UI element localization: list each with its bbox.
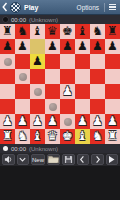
square-c7[interactable] xyxy=(30,39,45,54)
square-c5[interactable] xyxy=(30,69,45,84)
square-a6[interactable] xyxy=(0,54,15,69)
square-e8[interactable]: ♚ xyxy=(60,24,75,39)
square-a4[interactable] xyxy=(0,84,15,99)
square-g2[interactable]: ♟ xyxy=(90,114,105,129)
opponent-name: (Unknown) xyxy=(29,17,58,23)
play-icon xyxy=(107,155,116,164)
piece-bp: ♟ xyxy=(32,54,43,69)
piece-bp: ♟ xyxy=(77,39,88,54)
engine-play-button[interactable] xyxy=(106,154,119,165)
piece-wn: ♞ xyxy=(92,129,103,144)
piece-bb: ♝ xyxy=(32,24,43,39)
chevron-right-icon xyxy=(93,155,102,164)
piece-wp: ♟ xyxy=(92,114,103,129)
square-d2[interactable]: ♟ xyxy=(45,114,60,129)
square-g1[interactable]: ♞ xyxy=(90,129,105,144)
square-h7[interactable]: ♟ xyxy=(105,39,120,54)
piece-bq: ♛ xyxy=(47,24,58,39)
square-g6[interactable] xyxy=(90,54,105,69)
background-area xyxy=(0,166,120,200)
black-player-icon xyxy=(3,17,8,22)
new-game-label: New xyxy=(32,157,44,163)
square-d3[interactable] xyxy=(45,99,60,114)
square-f4[interactable] xyxy=(75,84,90,99)
square-a3[interactable] xyxy=(0,99,15,114)
square-f5[interactable] xyxy=(75,69,90,84)
action-bar: Play Options xyxy=(0,0,120,15)
square-d7[interactable]: ♟ xyxy=(45,39,60,54)
square-h2[interactable]: ♟ xyxy=(105,114,120,129)
piece-wq: ♛ xyxy=(47,129,58,144)
square-b6[interactable] xyxy=(15,54,30,69)
square-c2[interactable]: ♟ xyxy=(30,114,45,129)
piece-wb: ♝ xyxy=(77,129,88,144)
square-h5[interactable] xyxy=(105,69,120,84)
piece-wp: ♟ xyxy=(32,114,43,129)
square-c1[interactable]: ♝ xyxy=(30,129,45,144)
legal-move-dot xyxy=(19,73,27,81)
legal-move-dot xyxy=(34,88,42,96)
square-c8[interactable]: ♝ xyxy=(30,24,45,39)
piece-bp: ♟ xyxy=(107,39,118,54)
square-f2[interactable]: ♟ xyxy=(75,114,90,129)
overflow-menu-button[interactable] xyxy=(107,2,118,13)
square-a2[interactable]: ♟ xyxy=(0,114,15,129)
save-button[interactable] xyxy=(62,154,75,165)
piece-wn: ♞ xyxy=(17,129,28,144)
page-title: Play xyxy=(24,4,38,11)
square-g8[interactable]: ♞ xyxy=(90,24,105,39)
square-d5[interactable] xyxy=(45,69,60,84)
piece-bp: ♟ xyxy=(47,39,58,54)
square-b4[interactable] xyxy=(15,84,30,99)
opponent-clock: 00:00 xyxy=(11,17,26,23)
square-b5[interactable] xyxy=(15,69,30,84)
piece-bp: ♟ xyxy=(2,39,13,54)
player-clock: 00:00 xyxy=(11,146,26,152)
square-b1[interactable]: ♞ xyxy=(15,129,30,144)
square-a1[interactable]: ♜ xyxy=(0,129,15,144)
save-icon xyxy=(64,155,73,164)
piece-wk: ♚ xyxy=(62,129,73,144)
toolbar: New xyxy=(0,153,120,166)
square-d4[interactable] xyxy=(45,84,60,99)
new-game-button[interactable]: New xyxy=(31,154,45,165)
square-f8[interactable]: ♝ xyxy=(75,24,90,39)
player-name: (Unknown) xyxy=(29,146,58,152)
menu-icon xyxy=(109,4,116,10)
legal-move-dot xyxy=(64,118,72,126)
piece-br: ♜ xyxy=(2,24,13,39)
square-d6[interactable] xyxy=(45,54,60,69)
open-folder-icon xyxy=(48,155,59,164)
square-f7[interactable]: ♟ xyxy=(75,39,90,54)
square-b3[interactable] xyxy=(15,99,30,114)
chevron-down-icon xyxy=(18,155,27,164)
square-c3[interactable] xyxy=(30,99,45,114)
square-a7[interactable]: ♟ xyxy=(0,39,15,54)
square-c4[interactable] xyxy=(30,84,45,99)
square-b8[interactable]: ♞ xyxy=(15,24,30,39)
square-e4[interactable]: ♟ xyxy=(60,84,75,99)
square-h8[interactable]: ♜ xyxy=(105,24,120,39)
square-e2[interactable] xyxy=(60,114,75,129)
chevron-left-icon xyxy=(78,155,87,164)
square-f3[interactable] xyxy=(75,99,90,114)
piece-bb: ♝ xyxy=(77,24,88,39)
legal-move-dot xyxy=(4,58,12,66)
chess-board: ♜♞♝♛♚♝♞♜♟♟♟♟♟♟♟♟♟♟♟♟♟♟♟♟♜♞♝♛♚♝♞♜ xyxy=(0,24,120,144)
square-e7[interactable]: ♟ xyxy=(60,39,75,54)
piece-wp: ♟ xyxy=(47,114,58,129)
open-file-button[interactable] xyxy=(47,154,60,165)
square-a5[interactable] xyxy=(0,69,15,84)
square-e5[interactable] xyxy=(60,69,75,84)
volume-button[interactable] xyxy=(2,154,15,165)
volume-icon xyxy=(4,155,13,164)
square-b2[interactable]: ♟ xyxy=(15,114,30,129)
piece-wp: ♟ xyxy=(62,84,73,99)
square-h6[interactable] xyxy=(105,54,120,69)
square-g4[interactable] xyxy=(90,84,105,99)
piece-bn: ♞ xyxy=(17,24,28,39)
legal-move-dot xyxy=(49,103,57,111)
piece-bk: ♚ xyxy=(62,24,73,39)
piece-wp: ♟ xyxy=(77,114,88,129)
opponent-bar: 00:00 (Unknown) xyxy=(0,15,120,24)
player-bar: 00:00 (Unknown) xyxy=(0,144,120,153)
piece-bp: ♟ xyxy=(62,39,73,54)
square-f1[interactable]: ♝ xyxy=(75,129,90,144)
piece-wb: ♝ xyxy=(32,129,43,144)
next-move-button[interactable] xyxy=(91,154,104,165)
app-window: Play Options 00:00 (Unknown) ♜♞♝♛♚♝♞♜♟♟♟… xyxy=(0,0,120,200)
back-button[interactable] xyxy=(2,2,8,12)
square-h1[interactable]: ♜ xyxy=(105,129,120,144)
white-player-icon xyxy=(3,146,8,151)
piece-bn: ♞ xyxy=(92,24,103,39)
square-g3[interactable] xyxy=(90,99,105,114)
square-h3[interactable] xyxy=(105,99,120,114)
piece-wp: ♟ xyxy=(107,114,118,129)
square-d1[interactable]: ♛ xyxy=(45,129,60,144)
previous-move-button[interactable] xyxy=(77,154,90,165)
collapse-toolbar-button[interactable] xyxy=(17,154,30,165)
square-d8[interactable]: ♛ xyxy=(45,24,60,39)
piece-wp: ♟ xyxy=(17,114,28,129)
piece-wr: ♜ xyxy=(2,129,13,144)
square-b7[interactable]: ♟ xyxy=(15,39,30,54)
square-e3[interactable] xyxy=(60,99,75,114)
actionbar-divider xyxy=(104,3,105,12)
square-e1[interactable]: ♚ xyxy=(60,129,75,144)
piece-bp: ♟ xyxy=(92,39,103,54)
app-icon xyxy=(10,2,21,13)
square-c6[interactable]: ♟ xyxy=(30,54,45,69)
square-g7[interactable]: ♟ xyxy=(90,39,105,54)
square-e6[interactable] xyxy=(60,54,75,69)
back-chevron-icon xyxy=(2,2,8,12)
square-g5[interactable] xyxy=(90,69,105,84)
piece-wr: ♜ xyxy=(107,129,118,144)
square-a8[interactable]: ♜ xyxy=(0,24,15,39)
square-h4[interactable] xyxy=(105,84,120,99)
piece-br: ♜ xyxy=(107,24,118,39)
piece-wp: ♟ xyxy=(2,114,13,129)
square-f6[interactable] xyxy=(75,54,90,69)
piece-bp: ♟ xyxy=(17,39,28,54)
options-button[interactable]: Options xyxy=(74,4,102,11)
